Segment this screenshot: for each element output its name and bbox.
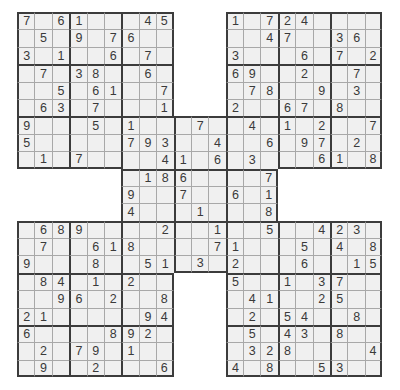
cell-r6c6[interactable] [104,99,121,116]
void-area [347,203,364,220]
void-area [87,186,104,203]
cell-r4c1[interactable] [17,64,34,81]
cell-r17c13[interactable] [226,290,243,307]
void-area [191,360,208,377]
cell-r4c7[interactable] [121,64,138,81]
cell-r2c9[interactable] [156,29,173,46]
cell-r21c3[interactable] [52,360,69,377]
cell-r9c16[interactable] [278,151,295,168]
cell-r3c7[interactable] [121,47,138,64]
cell-r4c16[interactable] [278,64,295,81]
void-area [191,325,208,342]
void-area [174,308,191,325]
cell-r7c15[interactable] [260,116,277,133]
cell-r12c7-given: 4 [121,203,138,220]
cell-r1c9-given: 5 [156,12,173,29]
cell-r9c7[interactable] [121,151,138,168]
cell-r12c8[interactable] [139,203,156,220]
cell-r14c3[interactable] [52,238,69,255]
cell-r18c3[interactable] [52,308,69,325]
void-area [191,273,208,290]
void-area [174,82,191,99]
void-area [87,203,104,220]
cell-r14c15[interactable] [260,238,277,255]
void-area [174,273,191,290]
cell-r1c16-given: 2 [278,12,295,29]
cell-r15c14[interactable] [243,255,260,272]
cell-r3c2[interactable] [34,47,51,64]
cell-r21c1[interactable] [17,360,34,377]
cell-r18c14-given: 2 [243,308,260,325]
cell-r15c18[interactable] [313,255,330,272]
cell-r20c3[interactable] [52,342,69,359]
cell-r9c13[interactable] [226,151,243,168]
void-area [34,169,51,186]
cell-r15c7[interactable] [121,255,138,272]
cell-r13c13[interactable] [226,221,243,238]
cell-r6c4[interactable] [69,99,86,116]
cell-r7c2[interactable] [34,116,51,133]
cell-r14c8[interactable] [139,238,156,255]
cell-r6c1[interactable] [17,99,34,116]
cell-r9c1[interactable] [17,151,34,168]
cell-r9c15[interactable] [260,151,277,168]
void-area [365,186,382,203]
cell-r11c12[interactable] [208,186,225,203]
cell-r4c6[interactable] [104,64,121,81]
cell-r9c5[interactable] [87,151,104,168]
cell-r4c15[interactable] [260,64,277,81]
cell-r13c7[interactable] [121,221,138,238]
cell-r16c1[interactable] [17,273,34,290]
cell-r14c16[interactable] [278,238,295,255]
cell-r13c10[interactable] [174,221,191,238]
cell-r10c11[interactable] [191,169,208,186]
cell-r18c18[interactable] [313,308,330,325]
cell-r18c20-given: 8 [347,308,364,325]
cell-r10c7[interactable] [121,169,138,186]
cell-r19c4[interactable] [69,325,86,342]
cell-r1c5[interactable] [87,12,104,29]
cell-r11c11[interactable] [191,186,208,203]
cell-r1c2[interactable] [34,12,51,29]
cell-r5c4[interactable] [69,82,86,99]
void-area [365,203,382,220]
cell-r3c16[interactable] [278,47,295,64]
cell-r21c6[interactable] [104,360,121,377]
void-area [278,169,295,186]
cell-r18c6[interactable] [104,308,121,325]
cell-r13c12-given: 1 [208,221,225,238]
cell-r21c19-given: 3 [330,360,347,377]
cell-r18c13[interactable] [226,308,243,325]
cell-r2c19-given: 3 [330,29,347,46]
cell-r7c16-given: 1 [278,116,295,133]
cell-r2c8[interactable] [139,29,156,46]
cell-r14c1[interactable] [17,238,34,255]
cell-r7c12[interactable] [208,116,225,133]
cell-r8c5[interactable] [87,134,104,151]
void-area [52,169,69,186]
cell-r14c18[interactable] [313,238,330,255]
cell-r16c21[interactable] [365,273,382,290]
cell-r20c1[interactable] [17,342,34,359]
void-area [174,64,191,81]
cell-r5c8[interactable] [139,82,156,99]
cell-r15c11-given: 3 [191,255,208,272]
cell-r16c15[interactable] [260,273,277,290]
cell-r6c3-given: 3 [52,99,69,116]
cell-r14c20[interactable] [347,238,364,255]
cell-r2c18[interactable] [313,29,330,46]
cell-r17c2[interactable] [34,290,51,307]
cell-r6c16-given: 6 [278,99,295,116]
cell-r15c16[interactable] [278,255,295,272]
cell-r7c20[interactable] [347,116,364,133]
cell-r13c8[interactable] [139,221,156,238]
void-area [104,203,121,220]
cell-r13c18-given: 4 [313,221,330,238]
cell-r20c20[interactable] [347,342,364,359]
cell-r2c1[interactable] [17,29,34,46]
cell-r20c16-given: 8 [278,342,295,359]
void-area [208,12,225,29]
cell-r5c2[interactable] [34,82,51,99]
void-area [295,186,312,203]
cell-r6c15[interactable] [260,99,277,116]
cell-r15c8-given: 5 [139,255,156,272]
cell-r4c17-given: 2 [295,64,312,81]
void-area [208,325,225,342]
cell-r16c6[interactable] [104,273,121,290]
cell-r19c20[interactable] [347,325,364,342]
cell-r4c21[interactable] [365,64,382,81]
cell-r18c5[interactable] [87,308,104,325]
cell-r5c19[interactable] [330,82,347,99]
cell-r7c8[interactable] [139,116,156,133]
cell-r15c19[interactable] [330,255,347,272]
cell-r14c4[interactable] [69,238,86,255]
cell-r11c14[interactable] [243,186,260,203]
cell-r2c2-given: 5 [34,29,51,46]
cell-r19c5[interactable] [87,325,104,342]
cell-r3c5[interactable] [87,47,104,64]
cell-r2c3[interactable] [52,29,69,46]
cell-r4c19[interactable] [330,64,347,81]
cell-r20c8[interactable] [139,342,156,359]
cell-r1c19[interactable] [330,12,347,29]
cell-r5c17[interactable] [295,82,312,99]
cell-r4c5-given: 8 [87,64,104,81]
cell-r8c4[interactable] [69,134,86,151]
cell-r13c16[interactable] [278,221,295,238]
cell-r3c19-given: 7 [330,47,347,64]
cell-r6c8[interactable] [139,99,156,116]
cell-r7c14-given: 4 [243,116,260,133]
cell-r13c5[interactable] [87,221,104,238]
cell-r13c19-given: 2 [330,221,347,238]
cell-r20c9[interactable] [156,342,173,359]
void-area [278,203,295,220]
cell-r21c21[interactable] [365,360,382,377]
cell-r14c12-given: 7 [208,238,225,255]
cell-r7c5-given: 5 [87,116,104,133]
cell-r8c3[interactable] [52,134,69,151]
cell-r6c21[interactable] [365,99,382,116]
cell-r5c16[interactable] [278,82,295,99]
cell-r16c4[interactable] [69,273,86,290]
cell-r2c5[interactable] [87,29,104,46]
cell-r8c19[interactable] [330,134,347,151]
cell-r6c18[interactable] [313,99,330,116]
cell-r17c17[interactable] [295,290,312,307]
cell-r3c15[interactable] [260,47,277,64]
cell-r14c2-given: 7 [34,238,51,255]
cell-r10c14[interactable] [243,169,260,186]
cell-r10c8-given: 1 [139,169,156,186]
cell-r1c1-given: 7 [17,12,34,29]
cell-r1c18[interactable] [313,12,330,29]
cell-r12c12[interactable] [208,203,225,220]
cell-r12c10[interactable] [174,203,191,220]
cell-r13c14[interactable] [243,221,260,238]
cell-r2c13[interactable] [226,29,243,46]
cell-r3c9[interactable] [156,47,173,64]
cell-r16c14[interactable] [243,273,260,290]
cell-r19c15[interactable] [260,325,277,342]
cell-r5c21[interactable] [365,82,382,99]
cell-r7c1-given: 9 [17,116,34,133]
cell-r5c5-given: 6 [87,82,104,99]
cell-r6c9-given: 1 [156,99,173,116]
cell-r13c4-given: 9 [69,221,86,238]
cell-r17c1[interactable] [17,290,34,307]
cell-r18c4[interactable] [69,308,86,325]
cell-r7c19[interactable] [330,116,347,133]
cell-r16c7-given: 2 [121,273,138,290]
cell-r19c18[interactable] [313,325,330,342]
cell-r19c8-given: 2 [139,325,156,342]
cell-r18c19[interactable] [330,308,347,325]
cell-r19c21[interactable] [365,325,382,342]
cell-r17c19-given: 5 [330,290,347,307]
cell-r7c3[interactable] [52,116,69,133]
cell-r10c13[interactable] [226,169,243,186]
void-area [208,308,225,325]
cell-r10c9-given: 8 [156,169,173,186]
cell-r8c13[interactable] [226,134,243,151]
cell-r21c2-given: 9 [34,360,51,377]
cell-r9c3[interactable] [52,151,69,168]
void-area [208,99,225,116]
cell-r4c9[interactable] [156,64,173,81]
cell-r19c2[interactable] [34,325,51,342]
cell-r5c13[interactable] [226,82,243,99]
cell-r10c12[interactable] [208,169,225,186]
cell-r14c9[interactable] [156,238,173,255]
cell-r14c19-given: 4 [330,238,347,255]
cell-r20c19[interactable] [330,342,347,359]
cell-r21c4[interactable] [69,360,86,377]
cell-r13c21[interactable] [365,221,382,238]
cell-r5c7[interactable] [121,82,138,99]
cell-r18c21[interactable] [365,308,382,325]
cell-r4c8-given: 6 [139,64,156,81]
cell-r2c21[interactable] [365,29,382,46]
cell-r9c11[interactable] [191,151,208,168]
cell-r13c1[interactable] [17,221,34,238]
cell-r17c8[interactable] [139,290,156,307]
cell-r8c2[interactable] [34,134,51,151]
cell-r6c13-given: 2 [226,99,243,116]
cell-r17c21[interactable] [365,290,382,307]
void-area [191,290,208,307]
cell-r15c2[interactable] [34,255,51,272]
void-area [208,64,225,81]
cell-r6c14[interactable] [243,99,260,116]
cell-r4c3[interactable] [52,64,69,81]
void-area [174,325,191,342]
cell-r20c6[interactable] [104,342,121,359]
cell-r18c7[interactable] [121,308,138,325]
cell-r14c7-given: 8 [121,238,138,255]
cell-r6c20[interactable] [347,99,364,116]
cell-r11c9[interactable] [156,186,173,203]
cell-r8c21[interactable] [365,134,382,151]
cell-r20c17[interactable] [295,342,312,359]
cell-r3c4[interactable] [69,47,86,64]
cell-r16c17[interactable] [295,273,312,290]
cell-r20c2-given: 2 [34,342,51,359]
cell-r9c6[interactable] [104,151,121,168]
cell-r8c18-given: 7 [313,134,330,151]
cell-r7c9[interactable] [156,116,173,133]
cell-r15c4[interactable] [69,255,86,272]
cell-r18c15[interactable] [260,308,277,325]
cell-r15c12[interactable] [208,255,225,272]
cell-r7c17[interactable] [295,116,312,133]
cell-r21c14[interactable] [243,360,260,377]
cell-r13c6[interactable] [104,221,121,238]
cell-r21c7[interactable] [121,360,138,377]
cell-r21c16[interactable] [278,360,295,377]
cell-r8c11[interactable] [191,134,208,151]
cell-r7c6[interactable] [104,116,121,133]
cell-r3c14[interactable] [243,47,260,64]
cell-r14c10[interactable] [174,238,191,255]
cell-r2c14[interactable] [243,29,260,46]
cell-r14c17-given: 5 [295,238,312,255]
cell-r21c17[interactable] [295,360,312,377]
cell-r9c20[interactable] [347,151,364,168]
cell-r20c7-given: 1 [121,342,138,359]
void-area [174,360,191,377]
cell-r8c14[interactable] [243,134,260,151]
cell-r9c17[interactable] [295,151,312,168]
cell-r16c8[interactable] [139,273,156,290]
cell-r11c8[interactable] [139,186,156,203]
cell-r7c4[interactable] [69,116,86,133]
cell-r4c14-given: 9 [243,64,260,81]
cell-r17c16[interactable] [278,290,295,307]
cell-r12c9[interactable] [156,203,173,220]
cell-r7c13[interactable] [226,116,243,133]
cell-r9c8[interactable] [139,151,156,168]
cell-r4c13-given: 6 [226,64,243,81]
void-area [174,47,191,64]
cell-r7c10[interactable] [174,116,191,133]
cell-r8c17-given: 9 [295,134,312,151]
cell-r3c18[interactable] [313,47,330,64]
void-area [330,186,347,203]
cell-r15c6[interactable] [104,255,121,272]
cell-r17c20[interactable] [347,290,364,307]
cell-r19c14-given: 5 [243,325,260,342]
cell-r13c11[interactable] [191,221,208,238]
cell-r15c9-given: 1 [156,255,173,272]
cell-r15c3[interactable] [52,255,69,272]
cell-r21c20[interactable] [347,360,364,377]
cell-r1c7[interactable] [121,12,138,29]
cell-r14c11[interactable] [191,238,208,255]
void-area [365,169,382,186]
cell-r5c15-given: 8 [260,82,277,99]
cell-r1c14[interactable] [243,12,260,29]
void-area [104,169,121,186]
cell-r1c6[interactable] [104,12,121,29]
cell-r20c18[interactable] [313,342,330,359]
void-area [104,186,121,203]
cell-r21c13-given: 4 [226,360,243,377]
cell-r1c3-given: 6 [52,12,69,29]
cell-r8c12-given: 4 [208,134,225,151]
cell-r2c17[interactable] [295,29,312,46]
cell-r21c8[interactable] [139,360,156,377]
cell-r1c21[interactable] [365,12,382,29]
cell-r19c9[interactable] [156,325,173,342]
cell-r6c7[interactable] [121,99,138,116]
cell-r21c5-given: 2 [87,360,104,377]
cell-r17c7[interactable] [121,290,138,307]
cell-r20c13[interactable] [226,342,243,359]
cell-r12c14[interactable] [243,203,260,220]
cell-r9c14-given: 3 [243,151,260,168]
void-area [34,203,51,220]
cell-r13c17[interactable] [295,221,312,238]
cell-r16c20[interactable] [347,273,364,290]
cell-r16c9[interactable] [156,273,173,290]
cell-r14c14[interactable] [243,238,260,255]
cell-r4c18[interactable] [313,64,330,81]
cell-r1c15-given: 7 [260,12,277,29]
cell-r15c10[interactable] [174,255,191,272]
cell-r3c20[interactable] [347,47,364,64]
cell-r8c6[interactable] [104,134,121,151]
cell-r8c10[interactable] [174,134,191,151]
cell-r12c13[interactable] [226,203,243,220]
cell-r17c5[interactable] [87,290,104,307]
cell-r15c15[interactable] [260,255,277,272]
cell-r9c18-given: 6 [313,151,330,168]
cell-r8c7-given: 7 [121,134,138,151]
cell-r19c13[interactable] [226,325,243,342]
cell-r1c20[interactable] [347,12,364,29]
cell-r8c16[interactable] [278,134,295,151]
cell-r7c11-given: 7 [191,116,208,133]
cell-r5c14-given: 7 [243,82,260,99]
cell-r5c1[interactable] [17,82,34,99]
cell-r19c3[interactable] [52,325,69,342]
